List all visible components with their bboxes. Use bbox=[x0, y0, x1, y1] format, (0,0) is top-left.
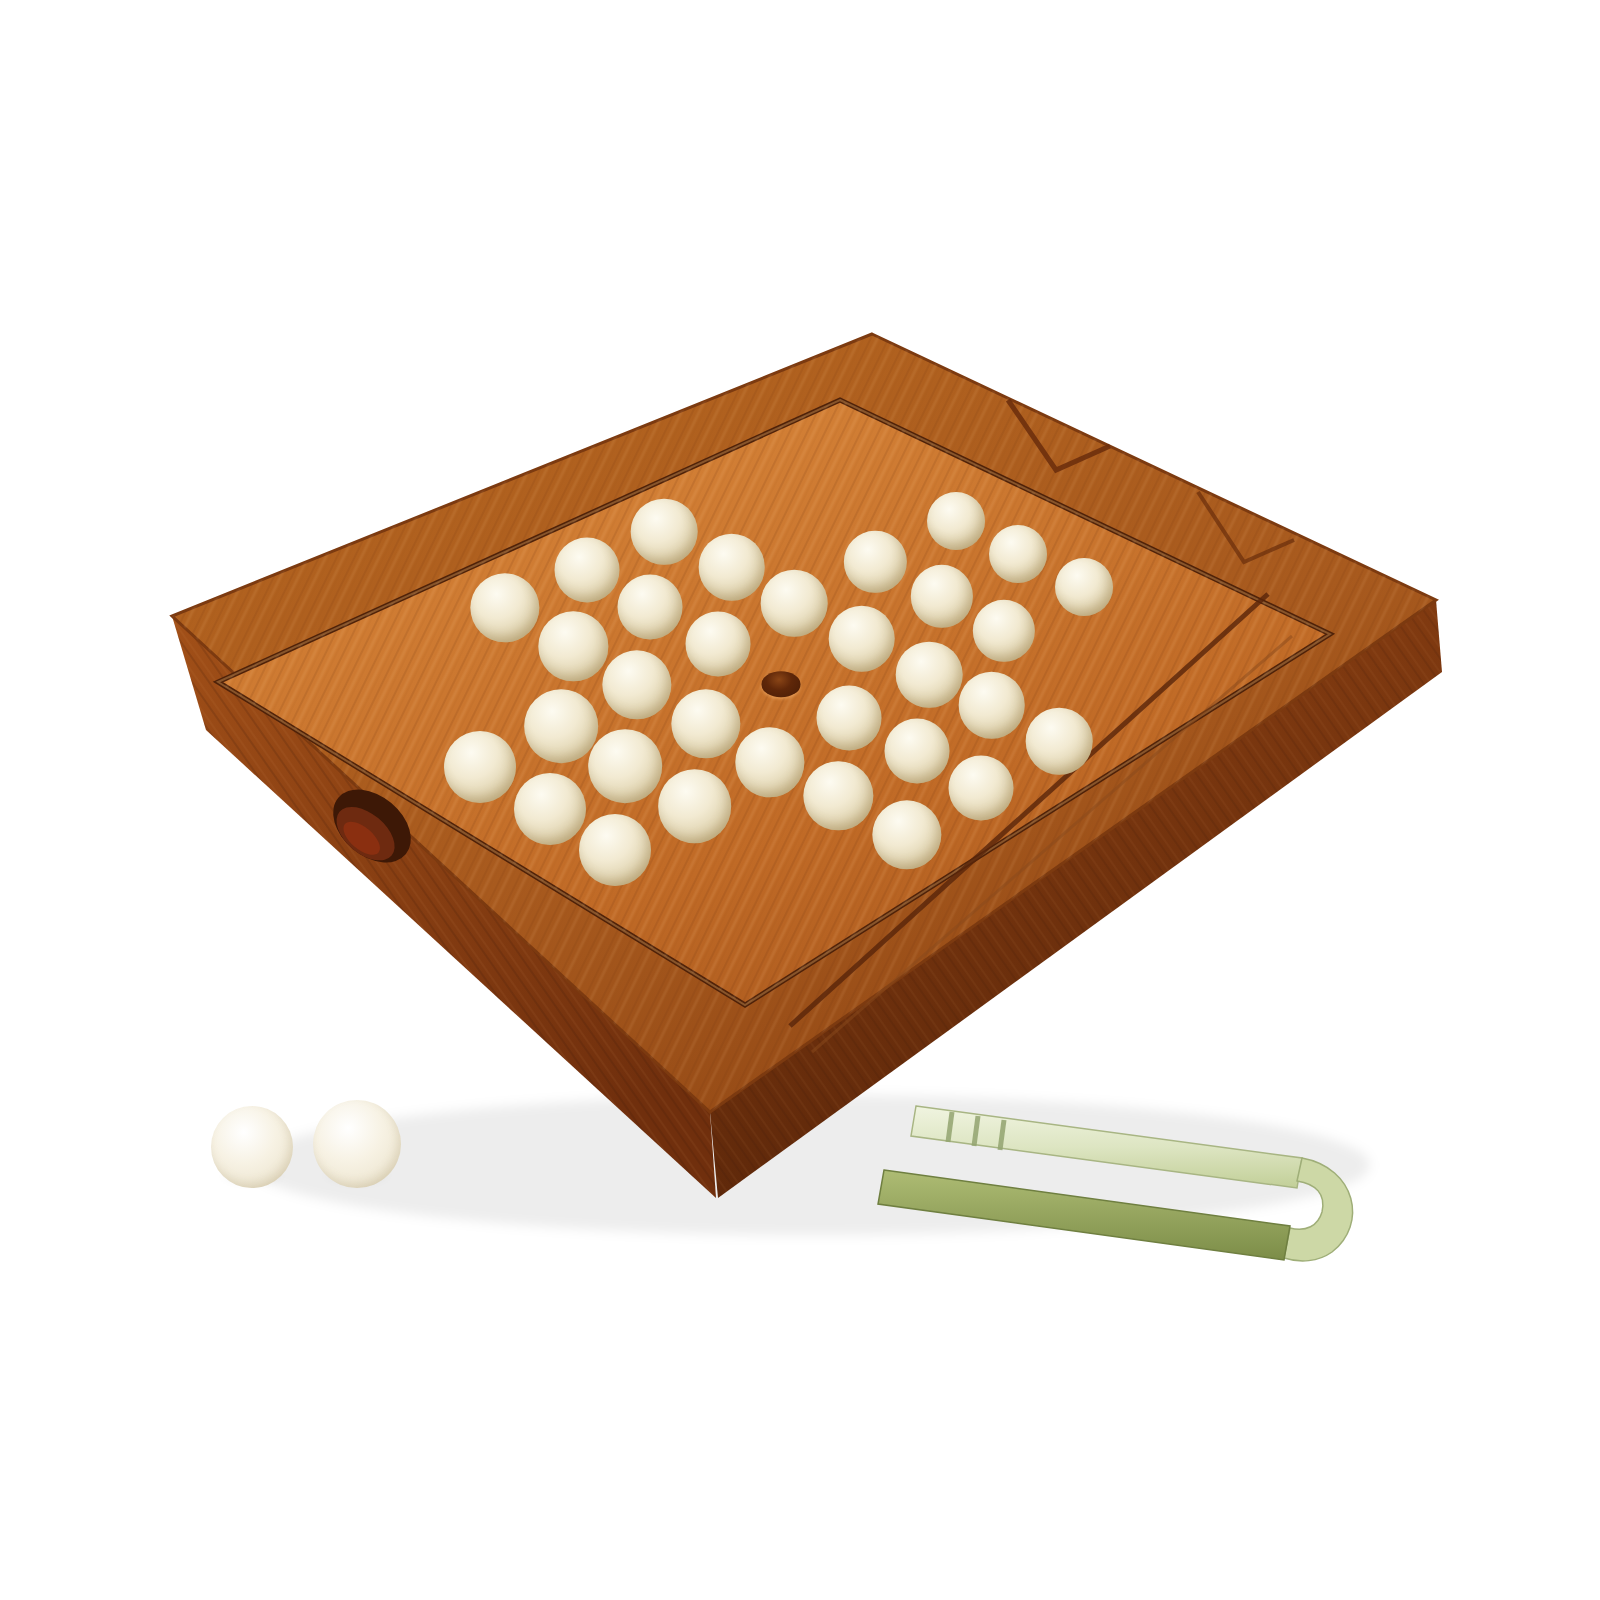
marble-r4c2[interactable] bbox=[618, 574, 683, 639]
marble-r3c4[interactable] bbox=[828, 605, 895, 672]
spare-marble-1[interactable] bbox=[211, 1106, 293, 1188]
marble-r6c4[interactable] bbox=[588, 729, 662, 803]
marble-r4c7[interactable] bbox=[948, 755, 1013, 820]
marble-r7c5[interactable] bbox=[579, 814, 651, 886]
marble-r7c4[interactable] bbox=[514, 773, 586, 845]
product-photo-stage bbox=[0, 0, 1600, 1600]
marble-r1c3[interactable] bbox=[927, 492, 985, 550]
marble-r3c2[interactable] bbox=[698, 534, 765, 601]
marble-r3c6[interactable] bbox=[958, 672, 1025, 739]
marble-r4c1[interactable] bbox=[554, 537, 619, 602]
marble-r1c5[interactable] bbox=[1055, 558, 1113, 616]
marble-r7c3[interactable] bbox=[444, 731, 516, 803]
marble-r4c6[interactable] bbox=[885, 718, 950, 783]
marble-r3c1[interactable] bbox=[631, 498, 698, 565]
solitaire-box-art bbox=[0, 0, 1600, 1600]
marble-r3c5[interactable] bbox=[896, 641, 963, 708]
spare-marble-2[interactable] bbox=[313, 1100, 401, 1188]
marble-r6c3[interactable] bbox=[524, 689, 598, 763]
marble-r4c3[interactable] bbox=[686, 612, 751, 677]
marble-r3c7[interactable] bbox=[1026, 708, 1093, 775]
marble-r1c4[interactable] bbox=[989, 525, 1047, 583]
marble-r4c5[interactable] bbox=[817, 686, 882, 751]
marble-r3c3[interactable] bbox=[761, 570, 828, 637]
marble-r6c5[interactable] bbox=[658, 770, 732, 844]
